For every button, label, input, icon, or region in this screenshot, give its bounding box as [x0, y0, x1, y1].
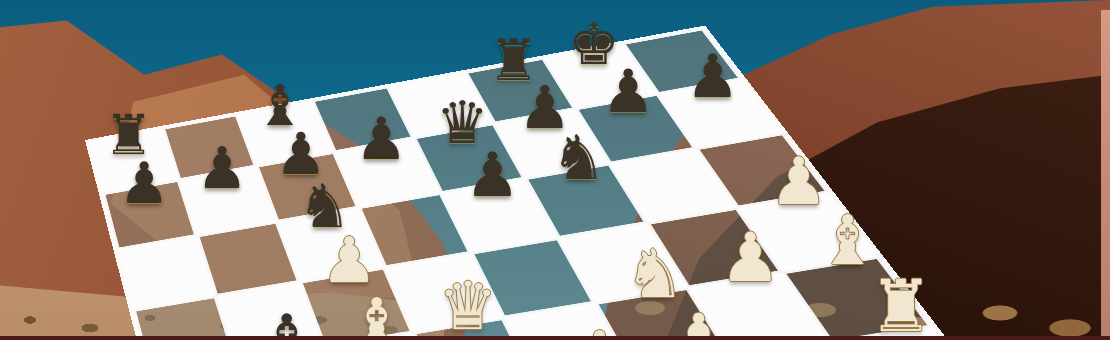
piece-black-pawn-a7[interactable]: ♟	[104, 155, 184, 212]
right-edge-strip	[1101, 10, 1110, 340]
piece-white-rook-h3[interactable]: ♜	[851, 271, 951, 340]
piece-black-pawn-h7[interactable]: ♟	[671, 46, 755, 106]
chess-game-scene: ♚♜♟♟♝♟♛♜♟♟♞♟♟♟♟♞♝♟♟♞♛♜♝♝♟♟	[0, 0, 1110, 340]
piece-white-queen-d4[interactable]: ♛	[422, 274, 515, 340]
piece-black-pawn-g7[interactable]: ♟	[586, 62, 670, 122]
piece-white-pawn-g4[interactable]: ♟	[703, 224, 798, 292]
piece-white-knight-f4[interactable]: ♞	[608, 241, 702, 308]
bottom-edge-strip	[0, 336, 1110, 340]
piece-black-bishop-b4[interactable]: ♝	[241, 306, 332, 340]
piece-black-pawn-b7[interactable]: ♟	[182, 140, 263, 198]
piece-black-pawn-e6[interactable]: ♟	[450, 144, 536, 205]
piece-white-bishop-c4[interactable]: ♝	[331, 290, 423, 340]
piece-black-knight-f6[interactable]: ♞	[535, 128, 621, 190]
piece-black-pawn-d7[interactable]: ♟	[340, 110, 422, 168]
piece-white-pawn-f3[interactable]: ♟	[649, 305, 748, 340]
